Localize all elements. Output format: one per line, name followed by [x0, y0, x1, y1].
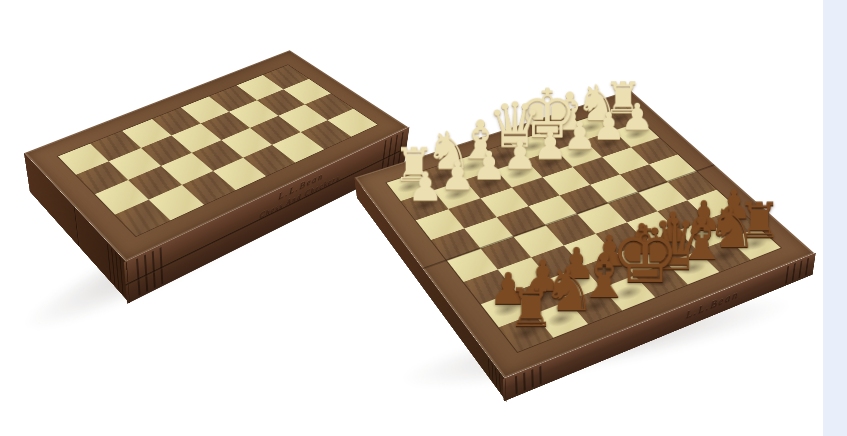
- lid-square-r2c3: [141, 136, 192, 167]
- lid-square-r4c3: [182, 171, 236, 205]
- white-pawn[interactable]: ♟: [592, 107, 626, 144]
- lid-square-r3c2: [128, 166, 181, 199]
- white-pawn[interactable]: ♟: [563, 117, 597, 155]
- square-r2c1[interactable]: ♟: [401, 190, 449, 220]
- open-board: ♜♞♝♛♚♝♞♜♟♟♟♟♟♟♟♟♟♟♟♟♟♟♟♟♜♞♝♚♛♝♞♜ L.L.Bea…: [408, 46, 744, 382]
- white-pawn[interactable]: ♟: [440, 156, 475, 195]
- lid-square-r4c4: [213, 158, 266, 191]
- background-strip: [823, 0, 847, 436]
- lid-square-r3c3: [161, 153, 213, 185]
- square-r4c3[interactable]: [497, 206, 546, 237]
- white-pawn[interactable]: ♟: [621, 98, 654, 135]
- lid-square-r4c5: [243, 145, 295, 176]
- lid-square-r3c4: [192, 140, 244, 171]
- white-pawn[interactable]: ♟: [472, 146, 507, 185]
- closed-board: L.L.Bean Chess And Checkers: [52, 45, 388, 235]
- white-pawn[interactable]: ♟: [533, 126, 567, 164]
- lid-square-r2c1: [76, 161, 128, 194]
- lid-square-r1c1: [58, 143, 109, 174]
- product-photo: L.L.Bean Chess And Checkers ♜♞♝♛♚♝♞♜♟♟♟♟…: [0, 0, 847, 436]
- closed-board-box: L.L.Bean Chess And Checkers: [25, 50, 409, 261]
- lid-square-r4c1: [115, 200, 171, 237]
- dark-rook[interactable]: ♜: [507, 280, 547, 334]
- lid-square-r3c1: [95, 180, 149, 215]
- lid-square-r2c2: [109, 148, 161, 180]
- white-pawn[interactable]: ♟: [408, 167, 444, 207]
- lid-square-r4c2: [149, 185, 204, 220]
- white-pawn[interactable]: ♟: [503, 136, 538, 174]
- closed-board-grid: [57, 64, 379, 237]
- square-r8c1[interactable]: ♜: [499, 314, 553, 352]
